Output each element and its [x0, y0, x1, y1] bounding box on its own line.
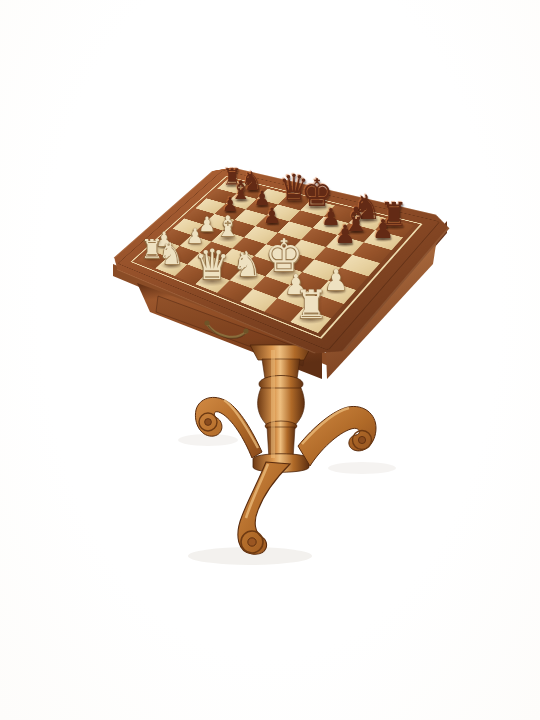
foot-scroll-right-center — [358, 436, 365, 443]
floor-shadow — [328, 462, 396, 474]
handle-rosette — [243, 328, 248, 333]
product-photo-canvas: ♜♞♛♚♞♜♝♟♟♝♟♟♟♟♟♝♟♚♟♟♞♟♜♞♛♜ — [0, 0, 540, 720]
leg-left — [195, 397, 262, 458]
handle-rosette — [204, 320, 209, 325]
foot-scroll-left-center — [205, 419, 212, 426]
foot-scroll-front-center — [248, 538, 256, 546]
column-vase — [258, 388, 305, 425]
